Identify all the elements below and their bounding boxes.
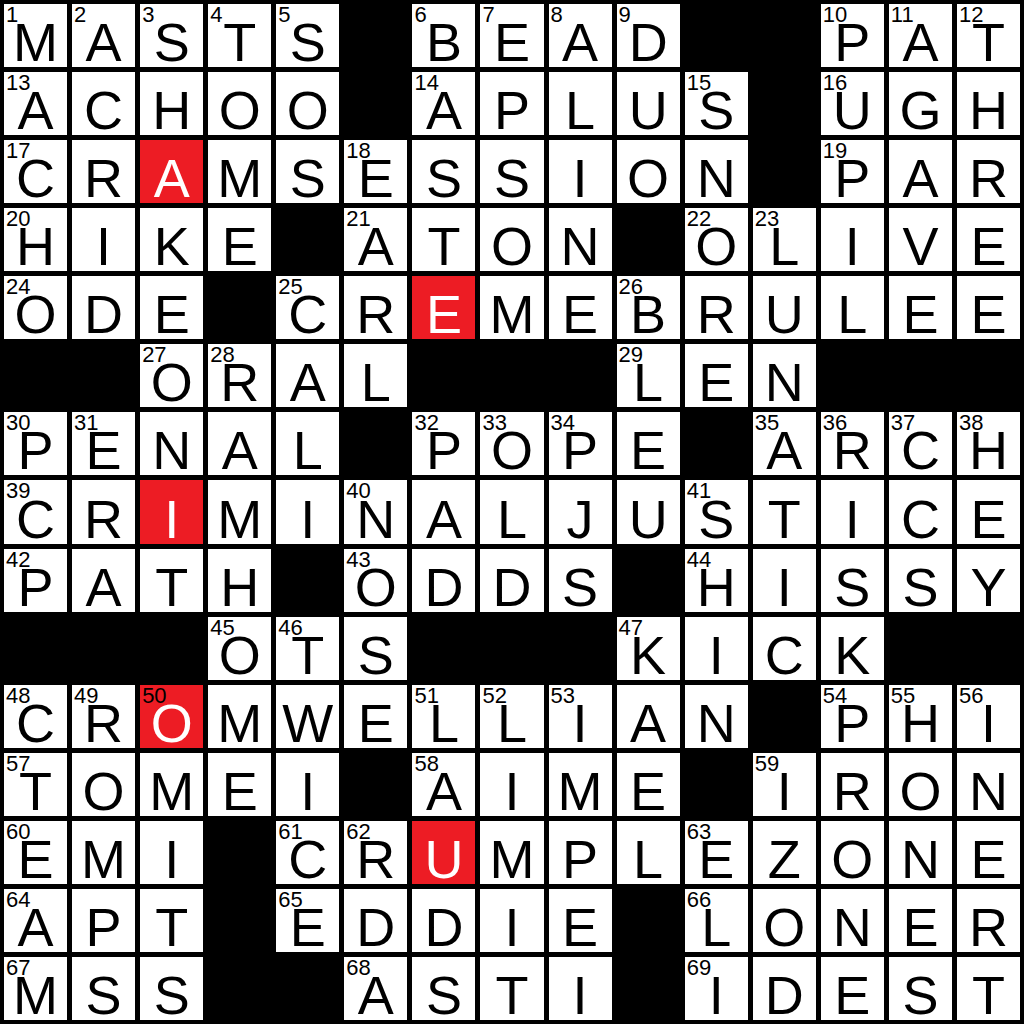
cell-letter: O bbox=[276, 83, 339, 135]
cell-letter: A bbox=[412, 764, 475, 816]
cell-r7c2[interactable]: 31E bbox=[72, 412, 135, 475]
cell-letter: G bbox=[889, 83, 952, 135]
cell-r7c8[interactable]: 33O bbox=[480, 412, 543, 475]
cell-letter: M bbox=[208, 151, 271, 203]
cell-r7c3[interactable]: N bbox=[140, 412, 203, 475]
cell-r9c2[interactable]: A bbox=[72, 549, 135, 612]
cell-r13c14[interactable]: N bbox=[889, 821, 952, 884]
cell-letter: I bbox=[276, 764, 339, 816]
cell-r11c4[interactable]: M bbox=[208, 685, 271, 748]
cell-r4c6[interactable]: 21A bbox=[344, 208, 407, 271]
cell-letter: A bbox=[617, 696, 680, 748]
cell-letter: A bbox=[208, 423, 271, 475]
black-square bbox=[412, 344, 475, 407]
cell-r12c15[interactable]: N bbox=[957, 753, 1020, 816]
cell-r15c7[interactable]: S bbox=[412, 957, 475, 1020]
cell-r7c5[interactable]: L bbox=[276, 412, 339, 475]
black-square bbox=[617, 957, 680, 1020]
cell-r8c15[interactable]: E bbox=[957, 480, 1020, 543]
cell-r2c14[interactable]: G bbox=[889, 72, 952, 135]
cell-r3c13[interactable]: 19P bbox=[821, 140, 884, 203]
cell-r4c11[interactable]: 22O bbox=[685, 208, 748, 271]
cell-letter: O bbox=[208, 83, 271, 135]
cell-letter: E bbox=[957, 832, 1020, 884]
cell-letter: Y bbox=[957, 560, 1020, 612]
cell-letter: P bbox=[821, 15, 884, 67]
cell-r1c5[interactable]: 5S bbox=[276, 4, 339, 67]
black-square bbox=[4, 344, 67, 407]
cell-r13c12[interactable]: Z bbox=[753, 821, 816, 884]
cell-letter: H bbox=[4, 219, 67, 271]
cell-r4c4[interactable]: E bbox=[208, 208, 271, 271]
cell-letter: A bbox=[549, 15, 612, 67]
cell-letter: N bbox=[889, 832, 952, 884]
cell-r15c9[interactable]: I bbox=[549, 957, 612, 1020]
cell-r11c2[interactable]: 49R bbox=[72, 685, 135, 748]
cell-letter: D bbox=[480, 560, 543, 612]
cell-r8c12[interactable]: T bbox=[753, 480, 816, 543]
cell-r5c1[interactable]: 24O bbox=[4, 276, 67, 339]
cell-r5c12[interactable]: U bbox=[753, 276, 816, 339]
cell-letter: E bbox=[549, 900, 612, 952]
cell-r11c6[interactable]: E bbox=[344, 685, 407, 748]
cell-r13c15[interactable]: E bbox=[957, 821, 1020, 884]
cell-letter: S bbox=[685, 83, 748, 135]
cell-r2c8[interactable]: P bbox=[480, 72, 543, 135]
cell-letter: C bbox=[753, 628, 816, 680]
cell-r1c8[interactable]: 7E bbox=[480, 4, 543, 67]
cell-r2c1[interactable]: 13A bbox=[4, 72, 67, 135]
cell-letter: P bbox=[821, 151, 884, 203]
cell-letter: S bbox=[140, 15, 203, 67]
cell-letter: O bbox=[821, 832, 884, 884]
cell-letter: S bbox=[889, 560, 952, 612]
cell-r10c4[interactable]: 45O bbox=[208, 617, 271, 680]
black-square bbox=[72, 617, 135, 680]
cell-r6c4[interactable]: 28R bbox=[208, 344, 271, 407]
theme-letter: O bbox=[140, 696, 203, 748]
black-square bbox=[480, 617, 543, 680]
cell-letter: L bbox=[617, 355, 680, 407]
cell-r9c8[interactable]: D bbox=[480, 549, 543, 612]
cell-r4c2[interactable]: I bbox=[72, 208, 135, 271]
cell-r2c3[interactable]: H bbox=[140, 72, 203, 135]
cell-r11c5[interactable]: W bbox=[276, 685, 339, 748]
cell-r12c1[interactable]: 57T bbox=[4, 753, 67, 816]
cell-letter: L bbox=[412, 696, 475, 748]
cell-r5c15[interactable]: E bbox=[957, 276, 1020, 339]
cell-r5c14[interactable]: E bbox=[889, 276, 952, 339]
cell-letter: R bbox=[957, 151, 1020, 203]
cell-r6c5[interactable]: A bbox=[276, 344, 339, 407]
cell-r14c12[interactable]: O bbox=[753, 889, 816, 952]
cell-r10c13[interactable]: K bbox=[821, 617, 884, 680]
cell-r4c7[interactable]: T bbox=[412, 208, 475, 271]
cell-letter: U bbox=[617, 83, 680, 135]
cell-r8c7[interactable]: A bbox=[412, 480, 475, 543]
cell-letter: P bbox=[4, 423, 67, 475]
cell-r13c9[interactable]: P bbox=[549, 821, 612, 884]
cell-letter: A bbox=[72, 560, 135, 612]
cell-letter: L bbox=[480, 696, 543, 748]
cell-r13c10[interactable]: L bbox=[617, 821, 680, 884]
cell-r8c6[interactable]: 40N bbox=[344, 480, 407, 543]
cell-letter: S bbox=[821, 560, 884, 612]
cell-r5c6[interactable]: R bbox=[344, 276, 407, 339]
cell-letter: S bbox=[344, 628, 407, 680]
cell-letter: K bbox=[821, 628, 884, 680]
cell-r1c1[interactable]: 1M bbox=[4, 4, 67, 67]
cell-r7c7[interactable]: 32P bbox=[412, 412, 475, 475]
cell-r12c4[interactable]: E bbox=[208, 753, 271, 816]
cell-r12c14[interactable]: O bbox=[889, 753, 952, 816]
cell-r5c7[interactable]: E bbox=[412, 276, 475, 339]
cell-letter: T bbox=[753, 492, 816, 544]
cell-r15c1[interactable]: 67M bbox=[4, 957, 67, 1020]
cell-r14c2[interactable]: P bbox=[72, 889, 135, 952]
cell-r4c14[interactable]: V bbox=[889, 208, 952, 271]
black-square bbox=[72, 344, 135, 407]
cell-r3c7[interactable]: S bbox=[412, 140, 475, 203]
cell-r3c8[interactable]: S bbox=[480, 140, 543, 203]
cell-r5c5[interactable]: 25C bbox=[276, 276, 339, 339]
cell-r12c8[interactable]: I bbox=[480, 753, 543, 816]
cell-r1c9[interactable]: 8A bbox=[549, 4, 612, 67]
cell-r15c8[interactable]: T bbox=[480, 957, 543, 1020]
cell-r8c8[interactable]: L bbox=[480, 480, 543, 543]
cell-r13c11[interactable]: 63E bbox=[685, 821, 748, 884]
cell-letter: D bbox=[412, 560, 475, 612]
cell-r3c9[interactable]: I bbox=[549, 140, 612, 203]
cell-letter: L bbox=[549, 83, 612, 135]
cell-r1c4[interactable]: 4T bbox=[208, 4, 271, 67]
cell-r9c12[interactable]: I bbox=[753, 549, 816, 612]
cell-letter: N bbox=[140, 423, 203, 475]
cell-r3c6[interactable]: 18E bbox=[344, 140, 407, 203]
black-square bbox=[617, 549, 680, 612]
cell-r11c8[interactable]: 52L bbox=[480, 685, 543, 748]
cell-r3c11[interactable]: N bbox=[685, 140, 748, 203]
cell-letter: M bbox=[72, 832, 135, 884]
cell-r8c14[interactable]: C bbox=[889, 480, 952, 543]
cell-r2c7[interactable]: 14A bbox=[412, 72, 475, 135]
cell-r5c3[interactable]: E bbox=[140, 276, 203, 339]
cell-r11c14[interactable]: 55H bbox=[889, 685, 952, 748]
cell-r10c11[interactable]: I bbox=[685, 617, 748, 680]
cell-r3c15[interactable]: R bbox=[957, 140, 1020, 203]
cell-r3c14[interactable]: A bbox=[889, 140, 952, 203]
cell-letter: M bbox=[549, 764, 612, 816]
cell-letter: A bbox=[276, 355, 339, 407]
cell-r12c2[interactable]: O bbox=[72, 753, 135, 816]
cell-r9c7[interactable]: D bbox=[412, 549, 475, 612]
cell-letter: S bbox=[480, 151, 543, 203]
cell-r8c2[interactable]: R bbox=[72, 480, 135, 543]
black-square bbox=[821, 344, 884, 407]
cell-r9c13[interactable]: S bbox=[821, 549, 884, 612]
cell-r8c13[interactable]: I bbox=[821, 480, 884, 543]
cell-r7c4[interactable]: A bbox=[208, 412, 271, 475]
cell-r13c3[interactable]: I bbox=[140, 821, 203, 884]
cell-r12c3[interactable]: M bbox=[140, 753, 203, 816]
cell-r15c14[interactable]: S bbox=[889, 957, 952, 1020]
cell-r9c6[interactable]: 43O bbox=[344, 549, 407, 612]
cell-r7c12[interactable]: 35A bbox=[753, 412, 816, 475]
cell-r15c3[interactable]: S bbox=[140, 957, 203, 1020]
cell-r14c11[interactable]: 66L bbox=[685, 889, 748, 952]
cell-r15c15[interactable]: T bbox=[957, 957, 1020, 1020]
black-square bbox=[344, 412, 407, 475]
cell-letter: T bbox=[957, 968, 1020, 1020]
cell-r9c9[interactable]: S bbox=[549, 549, 612, 612]
cell-r12c10[interactable]: E bbox=[617, 753, 680, 816]
cell-letter: P bbox=[72, 900, 135, 952]
cell-letter: A bbox=[889, 15, 952, 67]
cell-letter: I bbox=[685, 628, 748, 680]
cell-letter: E bbox=[957, 219, 1020, 271]
cell-r12c5[interactable]: I bbox=[276, 753, 339, 816]
cell-r2c4[interactable]: O bbox=[208, 72, 271, 135]
cell-r6c12[interactable]: N bbox=[753, 344, 816, 407]
cell-r12c12[interactable]: 59I bbox=[753, 753, 816, 816]
black-square bbox=[344, 72, 407, 135]
cell-letter: R bbox=[957, 900, 1020, 952]
cell-r7c9[interactable]: 34P bbox=[549, 412, 612, 475]
cell-letter: N bbox=[344, 492, 407, 544]
cell-letter: S bbox=[412, 968, 475, 1020]
cell-r13c7[interactable]: U bbox=[412, 821, 475, 884]
cell-r1c7[interactable]: 6B bbox=[412, 4, 475, 67]
cell-r1c15[interactable]: 12T bbox=[957, 4, 1020, 67]
cell-letter: R bbox=[72, 492, 135, 544]
cell-r14c1[interactable]: 64A bbox=[4, 889, 67, 952]
cell-letter: E bbox=[889, 900, 952, 952]
black-square bbox=[208, 957, 271, 1020]
cell-r14c14[interactable]: E bbox=[889, 889, 952, 952]
cell-letter: I bbox=[821, 492, 884, 544]
cell-letter: V bbox=[889, 219, 952, 271]
cell-r7c1[interactable]: 30P bbox=[4, 412, 67, 475]
cell-letter: K bbox=[140, 219, 203, 271]
cell-r13c5[interactable]: 61C bbox=[276, 821, 339, 884]
cell-letter: P bbox=[821, 696, 884, 748]
cell-r5c8[interactable]: M bbox=[480, 276, 543, 339]
cell-r2c10[interactable]: U bbox=[617, 72, 680, 135]
cell-r6c6[interactable]: L bbox=[344, 344, 407, 407]
cell-r2c11[interactable]: 15S bbox=[685, 72, 748, 135]
cell-letter: O bbox=[4, 287, 67, 339]
cell-r11c13[interactable]: 54P bbox=[821, 685, 884, 748]
black-square bbox=[685, 4, 748, 67]
cell-r1c3[interactable]: 3S bbox=[140, 4, 203, 67]
cell-r5c2[interactable]: D bbox=[72, 276, 135, 339]
cell-letter: M bbox=[140, 764, 203, 816]
black-square bbox=[617, 889, 680, 952]
black-square bbox=[208, 276, 271, 339]
cell-r2c15[interactable]: H bbox=[957, 72, 1020, 135]
cell-r14c13[interactable]: N bbox=[821, 889, 884, 952]
cell-r4c8[interactable]: O bbox=[480, 208, 543, 271]
cell-letter: R bbox=[344, 287, 407, 339]
cell-letter: O bbox=[208, 628, 271, 680]
cell-letter: B bbox=[412, 15, 475, 67]
cell-r4c12[interactable]: 23L bbox=[753, 208, 816, 271]
cell-r12c7[interactable]: 58A bbox=[412, 753, 475, 816]
cell-r14c8[interactable]: I bbox=[480, 889, 543, 952]
cell-r9c1[interactable]: 42P bbox=[4, 549, 67, 612]
cell-r15c11[interactable]: 69I bbox=[685, 957, 748, 1020]
cell-r11c1[interactable]: 48C bbox=[4, 685, 67, 748]
cell-letter: S bbox=[276, 15, 339, 67]
cell-r11c15[interactable]: 56I bbox=[957, 685, 1020, 748]
cell-letter: I bbox=[140, 832, 203, 884]
cell-r4c9[interactable]: N bbox=[549, 208, 612, 271]
cell-r11c11[interactable]: N bbox=[685, 685, 748, 748]
cell-r8c10[interactable]: U bbox=[617, 480, 680, 543]
black-square bbox=[140, 617, 203, 680]
cell-letter: A bbox=[4, 83, 67, 135]
cell-r1c14[interactable]: 11A bbox=[889, 4, 952, 67]
cell-r9c3[interactable]: T bbox=[140, 549, 203, 612]
cell-r11c7[interactable]: 51L bbox=[412, 685, 475, 748]
cell-letter: T bbox=[957, 15, 1020, 67]
cell-r5c10[interactable]: 26B bbox=[617, 276, 680, 339]
theme-letter: E bbox=[412, 287, 475, 339]
cell-r7c15[interactable]: 38H bbox=[957, 412, 1020, 475]
cell-r8c3[interactable]: I bbox=[140, 480, 203, 543]
cell-letter: C bbox=[889, 492, 952, 544]
cell-r2c2[interactable]: C bbox=[72, 72, 135, 135]
cell-r10c10[interactable]: 47K bbox=[617, 617, 680, 680]
cell-letter: C bbox=[4, 151, 67, 203]
theme-letter: U bbox=[412, 832, 475, 884]
cell-letter: E bbox=[72, 423, 135, 475]
cell-letter: U bbox=[617, 492, 680, 544]
cell-r5c11[interactable]: R bbox=[685, 276, 748, 339]
cell-r12c9[interactable]: M bbox=[549, 753, 612, 816]
cell-r8c4[interactable]: M bbox=[208, 480, 271, 543]
cell-letter: E bbox=[208, 219, 271, 271]
cell-letter: A bbox=[344, 968, 407, 1020]
black-square bbox=[753, 140, 816, 203]
cell-r14c3[interactable]: T bbox=[140, 889, 203, 952]
cell-r14c9[interactable]: E bbox=[549, 889, 612, 952]
cell-r9c15[interactable]: Y bbox=[957, 549, 1020, 612]
cell-r6c11[interactable]: E bbox=[685, 344, 748, 407]
cell-r6c10[interactable]: 29L bbox=[617, 344, 680, 407]
cell-r8c5[interactable]: I bbox=[276, 480, 339, 543]
cell-r7c14[interactable]: 37C bbox=[889, 412, 952, 475]
cell-letter: O bbox=[685, 219, 748, 271]
cell-letter: E bbox=[957, 287, 1020, 339]
cell-r5c13[interactable]: L bbox=[821, 276, 884, 339]
cell-r1c10[interactable]: 9D bbox=[617, 4, 680, 67]
cell-r7c13[interactable]: 36R bbox=[821, 412, 884, 475]
cell-r1c13[interactable]: 10P bbox=[821, 4, 884, 67]
cell-r13c6[interactable]: 62R bbox=[344, 821, 407, 884]
cell-letter: O bbox=[344, 560, 407, 612]
cell-r5c9[interactable]: E bbox=[549, 276, 612, 339]
cell-r3c10[interactable]: O bbox=[617, 140, 680, 203]
cell-r9c14[interactable]: S bbox=[889, 549, 952, 612]
cell-r8c11[interactable]: 41S bbox=[685, 480, 748, 543]
cell-r7c10[interactable]: E bbox=[617, 412, 680, 475]
cell-r4c15[interactable]: E bbox=[957, 208, 1020, 271]
cell-r15c2[interactable]: S bbox=[72, 957, 135, 1020]
cell-r14c15[interactable]: R bbox=[957, 889, 1020, 952]
cell-letter: E bbox=[957, 492, 1020, 544]
black-square bbox=[276, 549, 339, 612]
cell-r3c1[interactable]: 17C bbox=[4, 140, 67, 203]
cell-letter: S bbox=[549, 560, 612, 612]
cell-r6c3[interactable]: 27O bbox=[140, 344, 203, 407]
cell-letter: T bbox=[140, 560, 203, 612]
cell-r12c13[interactable]: R bbox=[821, 753, 884, 816]
cell-r2c13[interactable]: 16U bbox=[821, 72, 884, 135]
cell-letter: T bbox=[4, 764, 67, 816]
cell-r10c6[interactable]: S bbox=[344, 617, 407, 680]
cell-r13c8[interactable]: M bbox=[480, 821, 543, 884]
cell-r3c4[interactable]: M bbox=[208, 140, 271, 203]
cell-r10c12[interactable]: C bbox=[753, 617, 816, 680]
cell-r15c6[interactable]: 68A bbox=[344, 957, 407, 1020]
cell-r2c9[interactable]: L bbox=[549, 72, 612, 135]
cell-r8c1[interactable]: 39C bbox=[4, 480, 67, 543]
cell-letter: P bbox=[480, 83, 543, 135]
cell-letter: R bbox=[208, 355, 271, 407]
cell-r8c9[interactable]: J bbox=[549, 480, 612, 543]
cell-letter: E bbox=[344, 151, 407, 203]
cell-r13c2[interactable]: M bbox=[72, 821, 135, 884]
cell-letter: E bbox=[685, 832, 748, 884]
cell-r11c10[interactable]: A bbox=[617, 685, 680, 748]
cell-letter: I bbox=[480, 764, 543, 816]
cell-letter: L bbox=[617, 832, 680, 884]
cell-r2c5[interactable]: O bbox=[276, 72, 339, 135]
cell-letter: M bbox=[4, 968, 67, 1020]
cell-r3c5[interactable]: S bbox=[276, 140, 339, 203]
cell-letter: T bbox=[140, 900, 203, 952]
cell-r3c2[interactable]: R bbox=[72, 140, 135, 203]
cell-r4c1[interactable]: 20H bbox=[4, 208, 67, 271]
cell-r3c3[interactable]: A bbox=[140, 140, 203, 203]
cell-r14c6[interactable]: D bbox=[344, 889, 407, 952]
cell-r11c9[interactable]: 53I bbox=[549, 685, 612, 748]
cell-letter: W bbox=[276, 696, 339, 748]
black-square bbox=[685, 412, 748, 475]
cell-r13c13[interactable]: O bbox=[821, 821, 884, 884]
cell-r14c7[interactable]: D bbox=[412, 889, 475, 952]
cell-r15c13[interactable]: E bbox=[821, 957, 884, 1020]
cell-r11c3[interactable]: 50O bbox=[140, 685, 203, 748]
cell-r9c11[interactable]: 44H bbox=[685, 549, 748, 612]
cell-r10c5[interactable]: 46T bbox=[276, 617, 339, 680]
cell-letter: L bbox=[344, 355, 407, 407]
cell-letter: M bbox=[480, 287, 543, 339]
black-square bbox=[549, 617, 612, 680]
cell-r1c2[interactable]: 2A bbox=[72, 4, 135, 67]
cell-r4c13[interactable]: I bbox=[821, 208, 884, 271]
cell-letter: N bbox=[685, 696, 748, 748]
cell-r9c4[interactable]: H bbox=[208, 549, 271, 612]
cell-r4c3[interactable]: K bbox=[140, 208, 203, 271]
cell-letter: C bbox=[4, 492, 67, 544]
cell-r13c1[interactable]: 60E bbox=[4, 821, 67, 884]
cell-r15c12[interactable]: D bbox=[753, 957, 816, 1020]
cell-letter: P bbox=[549, 832, 612, 884]
theme-letter: A bbox=[140, 151, 203, 203]
cell-r14c5[interactable]: 65E bbox=[276, 889, 339, 952]
